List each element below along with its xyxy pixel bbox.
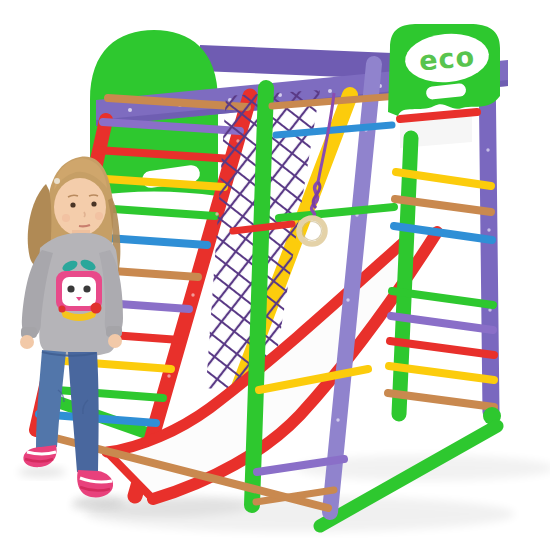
product-photo-scene: eco bbox=[0, 0, 550, 550]
eco-panel: eco bbox=[388, 24, 500, 116]
top-beam-rear bbox=[200, 45, 392, 79]
girl-mouth bbox=[79, 225, 90, 226]
eco-label: eco bbox=[418, 41, 476, 77]
girl-right-hand bbox=[108, 334, 122, 348]
girl-face bbox=[54, 178, 106, 236]
play-structure-illustration: eco bbox=[0, 0, 550, 550]
girl-left-hand bbox=[20, 335, 34, 349]
